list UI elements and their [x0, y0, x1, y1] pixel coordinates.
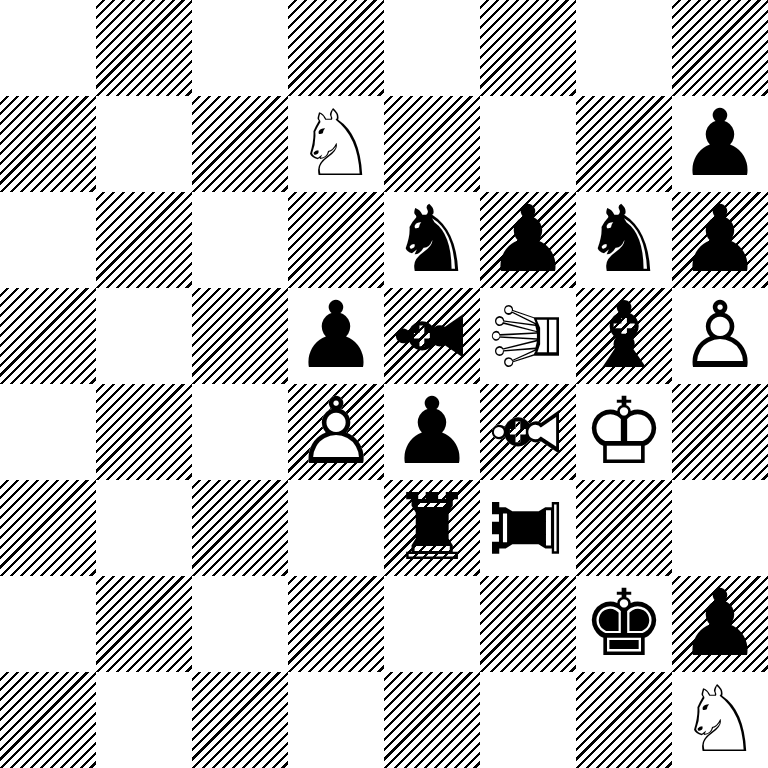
white-pawn-d4[interactable]: ♟♙: [288, 384, 384, 480]
square-e8[interactable]: [384, 0, 480, 96]
square-f2[interactable]: [480, 576, 576, 672]
square-h2[interactable]: ♟: [672, 576, 768, 672]
square-c3[interactable]: [192, 480, 288, 576]
square-f8[interactable]: [480, 0, 576, 96]
square-d7[interactable]: ♞♘: [288, 96, 384, 192]
black-rook-e3[interactable]: ♜: [384, 480, 480, 576]
square-h3[interactable]: [672, 480, 768, 576]
chess-board: ♞♘♟♞♟♞♟♟♝♛♕♝♟♙♟♙♟♝♗♚♔♜♜♚♟♞♘: [0, 0, 768, 768]
black-bishop-e5[interactable]: ♝: [384, 288, 480, 384]
square-d8[interactable]: [288, 0, 384, 96]
black-pawn-d5[interactable]: ♟: [288, 288, 384, 384]
square-d1[interactable]: [288, 672, 384, 768]
white-bishop-f4[interactable]: ♝♗: [480, 384, 576, 480]
square-g6[interactable]: ♞: [576, 192, 672, 288]
black-rook-icon: ♜: [384, 480, 480, 576]
square-a8[interactable]: [0, 0, 96, 96]
square-g5[interactable]: ♝: [576, 288, 672, 384]
square-g3[interactable]: [576, 480, 672, 576]
square-c1[interactable]: [192, 672, 288, 768]
square-a1[interactable]: [0, 672, 96, 768]
square-d6[interactable]: [288, 192, 384, 288]
square-h8[interactable]: [672, 0, 768, 96]
black-pawn-icon: ♟: [672, 192, 768, 288]
square-h6[interactable]: ♟: [672, 192, 768, 288]
white-queen-f5[interactable]: ♛♕: [480, 288, 576, 384]
white-bishop-icon: ♗: [480, 384, 576, 480]
square-b4[interactable]: [96, 384, 192, 480]
black-pawn-h7[interactable]: ♟: [672, 96, 768, 192]
black-pawn-icon: ♟: [384, 384, 480, 480]
square-h5[interactable]: ♟♙: [672, 288, 768, 384]
white-pawn-icon: ♙: [672, 288, 768, 384]
square-g1[interactable]: [576, 672, 672, 768]
black-rook-icon: ♜: [480, 480, 576, 576]
square-f3[interactable]: ♜: [480, 480, 576, 576]
square-c7[interactable]: [192, 96, 288, 192]
white-king-g4[interactable]: ♚♔: [576, 384, 672, 480]
square-a5[interactable]: [0, 288, 96, 384]
white-pawn-h5[interactable]: ♟♙: [672, 288, 768, 384]
square-d5[interactable]: ♟: [288, 288, 384, 384]
square-f7[interactable]: [480, 96, 576, 192]
square-g8[interactable]: [576, 0, 672, 96]
black-king-g2[interactable]: ♚: [576, 576, 672, 672]
square-b3[interactable]: [96, 480, 192, 576]
square-b8[interactable]: [96, 0, 192, 96]
black-pawn-icon: ♟: [480, 192, 576, 288]
black-king-icon: ♚: [576, 576, 672, 672]
square-b1[interactable]: [96, 672, 192, 768]
square-d3[interactable]: [288, 480, 384, 576]
square-f6[interactable]: ♟: [480, 192, 576, 288]
white-pawn-icon: ♙: [288, 384, 384, 480]
square-e4[interactable]: ♟: [384, 384, 480, 480]
black-pawn-icon: ♟: [672, 96, 768, 192]
square-h1[interactable]: ♞♘: [672, 672, 768, 768]
square-f4[interactable]: ♝♗: [480, 384, 576, 480]
black-knight-e6[interactable]: ♞: [384, 192, 480, 288]
square-h4[interactable]: [672, 384, 768, 480]
black-bishop-icon: ♝: [384, 288, 480, 384]
white-knight-icon: ♘: [288, 96, 384, 192]
black-bishop-g5[interactable]: ♝: [576, 288, 672, 384]
black-pawn-icon: ♟: [672, 576, 768, 672]
white-knight-h1[interactable]: ♞♘: [672, 672, 768, 768]
black-bishop-icon: ♝: [576, 288, 672, 384]
square-c2[interactable]: [192, 576, 288, 672]
square-c5[interactable]: [192, 288, 288, 384]
black-pawn-f6[interactable]: ♟: [480, 192, 576, 288]
black-pawn-h6[interactable]: ♟: [672, 192, 768, 288]
white-knight-d7[interactable]: ♞♘: [288, 96, 384, 192]
white-king-icon: ♔: [576, 384, 672, 480]
square-b5[interactable]: [96, 288, 192, 384]
black-knight-icon: ♞: [576, 192, 672, 288]
square-c8[interactable]: [192, 0, 288, 96]
square-g4[interactable]: ♚♔: [576, 384, 672, 480]
square-a7[interactable]: [0, 96, 96, 192]
square-d2[interactable]: [288, 576, 384, 672]
black-pawn-icon: ♟: [288, 288, 384, 384]
square-g2[interactable]: ♚: [576, 576, 672, 672]
square-e2[interactable]: [384, 576, 480, 672]
square-e1[interactable]: [384, 672, 480, 768]
square-c6[interactable]: [192, 192, 288, 288]
white-queen-icon: ♕: [480, 288, 576, 384]
square-e6[interactable]: ♞: [384, 192, 480, 288]
square-b7[interactable]: [96, 96, 192, 192]
black-rook-f3[interactable]: ♜: [480, 480, 576, 576]
square-e7[interactable]: [384, 96, 480, 192]
black-knight-g6[interactable]: ♞: [576, 192, 672, 288]
square-a6[interactable]: [0, 192, 96, 288]
white-knight-icon: ♘: [672, 672, 768, 768]
black-pawn-e4[interactable]: ♟: [384, 384, 480, 480]
square-e3[interactable]: ♜: [384, 480, 480, 576]
square-g7[interactable]: [576, 96, 672, 192]
square-a4[interactable]: [0, 384, 96, 480]
square-d4[interactable]: ♟♙: [288, 384, 384, 480]
square-b6[interactable]: [96, 192, 192, 288]
square-f1[interactable]: [480, 672, 576, 768]
black-knight-icon: ♞: [384, 192, 480, 288]
square-a2[interactable]: [0, 576, 96, 672]
black-pawn-h2[interactable]: ♟: [672, 576, 768, 672]
square-c4[interactable]: [192, 384, 288, 480]
square-e5[interactable]: ♝: [384, 288, 480, 384]
square-b2[interactable]: [96, 576, 192, 672]
square-f5[interactable]: ♛♕: [480, 288, 576, 384]
square-a3[interactable]: [0, 480, 96, 576]
square-h7[interactable]: ♟: [672, 96, 768, 192]
